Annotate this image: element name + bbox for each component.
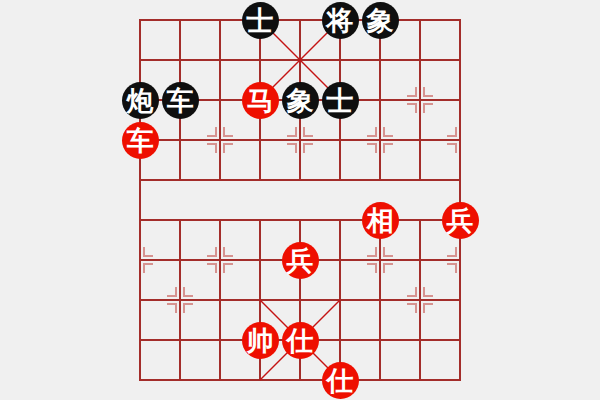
red-soldier[interactable]: 兵 <box>282 242 319 279</box>
red-chariot[interactable]: 车 <box>122 122 159 159</box>
red-advisor[interactable]: 仕 <box>282 322 319 359</box>
black-advisor[interactable]: 士 <box>242 2 279 39</box>
red-elephant[interactable]: 相 <box>362 202 399 239</box>
piece-grid: 士将象炮车马象士车相兵兵帅仕仕 <box>120 0 480 400</box>
black-general[interactable]: 将 <box>322 2 359 39</box>
red-advisor[interactable]: 仕 <box>322 362 359 399</box>
xiangqi-board: 士将象炮车马象士车相兵兵帅仕仕 <box>0 0 600 400</box>
red-soldier[interactable]: 兵 <box>442 202 479 239</box>
red-horse[interactable]: 马 <box>242 82 279 119</box>
black-elephant[interactable]: 象 <box>282 82 319 119</box>
black-elephant[interactable]: 象 <box>362 2 399 39</box>
black-advisor[interactable]: 士 <box>322 82 359 119</box>
black-chariot[interactable]: 车 <box>162 82 199 119</box>
black-cannon[interactable]: 炮 <box>122 82 159 119</box>
red-general[interactable]: 帅 <box>242 322 279 359</box>
